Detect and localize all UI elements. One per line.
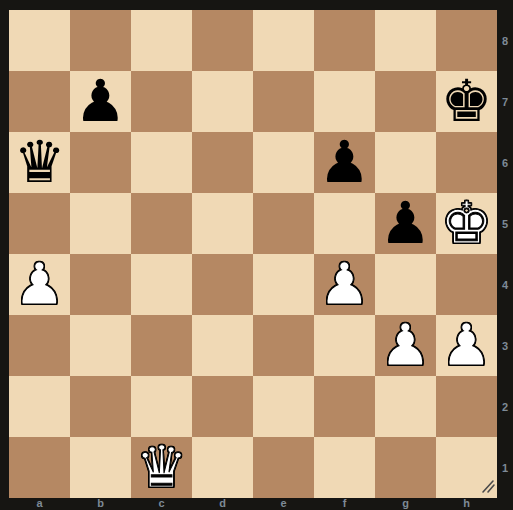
chess-board: ♟♚♛♟♟♚♟♟♟♟♛ <box>9 10 497 498</box>
rank-label-2: 2 <box>497 376 513 437</box>
square-h7[interactable]: ♚ <box>436 71 497 132</box>
file-label-f: f <box>314 498 375 510</box>
white-pawn[interactable]: ♟ <box>319 254 371 315</box>
square-a2[interactable] <box>9 376 70 437</box>
black-queen[interactable]: ♛ <box>14 132 66 193</box>
square-b5[interactable] <box>70 193 131 254</box>
file-label-b: b <box>70 498 131 510</box>
black-king[interactable]: ♚ <box>441 71 493 132</box>
square-b8[interactable] <box>70 10 131 71</box>
square-f8[interactable] <box>314 10 375 71</box>
square-g7[interactable] <box>375 71 436 132</box>
board-container: ♟♚♛♟♟♚♟♟♟♟♛ 87654321 abcdefgh <box>0 0 513 510</box>
square-b4[interactable] <box>70 254 131 315</box>
file-label-e: e <box>253 498 314 510</box>
square-d2[interactable] <box>192 376 253 437</box>
rank-labels: 87654321 <box>497 10 513 498</box>
file-labels: abcdefgh <box>9 498 497 510</box>
square-e3[interactable] <box>253 315 314 376</box>
file-label-g: g <box>375 498 436 510</box>
square-h8[interactable] <box>436 10 497 71</box>
square-a4[interactable]: ♟ <box>9 254 70 315</box>
square-e8[interactable] <box>253 10 314 71</box>
square-e7[interactable] <box>253 71 314 132</box>
white-pawn[interactable]: ♟ <box>441 315 493 376</box>
white-queen[interactable]: ♛ <box>136 437 188 498</box>
black-pawn[interactable]: ♟ <box>75 71 127 132</box>
square-h5[interactable]: ♚ <box>436 193 497 254</box>
file-label-a: a <box>9 498 70 510</box>
square-e5[interactable] <box>253 193 314 254</box>
square-c4[interactable] <box>131 254 192 315</box>
square-a3[interactable] <box>9 315 70 376</box>
file-label-c: c <box>131 498 192 510</box>
rank-label-8: 8 <box>497 10 513 71</box>
square-d5[interactable] <box>192 193 253 254</box>
square-h2[interactable] <box>436 376 497 437</box>
rank-label-4: 4 <box>497 254 513 315</box>
square-f7[interactable] <box>314 71 375 132</box>
square-b3[interactable] <box>70 315 131 376</box>
square-f3[interactable] <box>314 315 375 376</box>
square-c8[interactable] <box>131 10 192 71</box>
square-c5[interactable] <box>131 193 192 254</box>
square-g3[interactable]: ♟ <box>375 315 436 376</box>
white-pawn[interactable]: ♟ <box>14 254 66 315</box>
rank-label-3: 3 <box>497 315 513 376</box>
square-g6[interactable] <box>375 132 436 193</box>
square-g5[interactable]: ♟ <box>375 193 436 254</box>
square-g2[interactable] <box>375 376 436 437</box>
white-king[interactable]: ♚ <box>441 193 493 254</box>
square-h6[interactable] <box>436 132 497 193</box>
square-f1[interactable] <box>314 437 375 498</box>
square-b6[interactable] <box>70 132 131 193</box>
square-a5[interactable] <box>9 193 70 254</box>
square-a8[interactable] <box>9 10 70 71</box>
black-pawn[interactable]: ♟ <box>319 132 371 193</box>
square-g1[interactable] <box>375 437 436 498</box>
square-d7[interactable] <box>192 71 253 132</box>
square-f4[interactable]: ♟ <box>314 254 375 315</box>
rank-label-5: 5 <box>497 193 513 254</box>
square-e4[interactable] <box>253 254 314 315</box>
square-c1[interactable]: ♛ <box>131 437 192 498</box>
square-d3[interactable] <box>192 315 253 376</box>
square-h4[interactable] <box>436 254 497 315</box>
board-resize-handle[interactable] <box>481 479 497 497</box>
rank-label-6: 6 <box>497 132 513 193</box>
square-h3[interactable]: ♟ <box>436 315 497 376</box>
square-a6[interactable]: ♛ <box>9 132 70 193</box>
rank-label-1: 1 <box>497 437 513 498</box>
black-pawn[interactable]: ♟ <box>380 193 432 254</box>
square-f6[interactable]: ♟ <box>314 132 375 193</box>
square-g8[interactable] <box>375 10 436 71</box>
square-a1[interactable] <box>9 437 70 498</box>
square-e2[interactable] <box>253 376 314 437</box>
square-e6[interactable] <box>253 132 314 193</box>
square-c2[interactable] <box>131 376 192 437</box>
square-c6[interactable] <box>131 132 192 193</box>
square-d6[interactable] <box>192 132 253 193</box>
square-c3[interactable] <box>131 315 192 376</box>
square-d1[interactable] <box>192 437 253 498</box>
square-g4[interactable] <box>375 254 436 315</box>
square-a7[interactable] <box>9 71 70 132</box>
square-d4[interactable] <box>192 254 253 315</box>
square-b2[interactable] <box>70 376 131 437</box>
square-e1[interactable] <box>253 437 314 498</box>
square-b7[interactable]: ♟ <box>70 71 131 132</box>
square-d8[interactable] <box>192 10 253 71</box>
white-pawn[interactable]: ♟ <box>380 315 432 376</box>
square-c7[interactable] <box>131 71 192 132</box>
file-label-h: h <box>436 498 497 510</box>
file-label-d: d <box>192 498 253 510</box>
square-f5[interactable] <box>314 193 375 254</box>
square-f2[interactable] <box>314 376 375 437</box>
rank-label-7: 7 <box>497 71 513 132</box>
square-b1[interactable] <box>70 437 131 498</box>
